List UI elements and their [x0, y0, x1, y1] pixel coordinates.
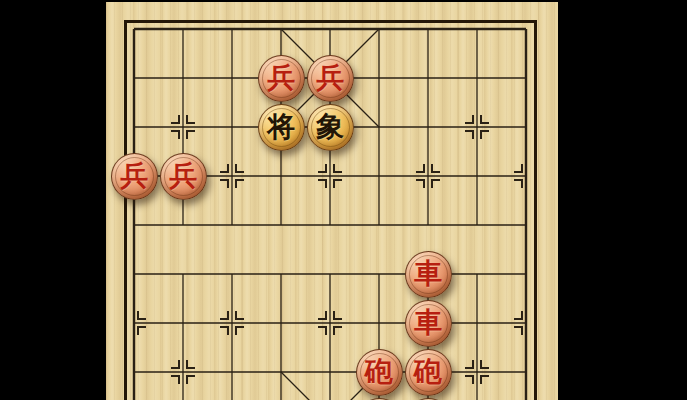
red-soldier-piece[interactable]: 兵: [258, 55, 305, 102]
piece-character: 車: [414, 309, 442, 337]
black-elephant-piece[interactable]: 象: [307, 104, 354, 151]
piece-character: 兵: [267, 64, 295, 92]
red-soldier-piece[interactable]: 兵: [111, 153, 158, 200]
piece-character: 兵: [169, 162, 197, 190]
piece-character: 砲: [414, 358, 442, 386]
pieces-grid: 兵兵将象兵兵車車砲砲: [110, 5, 551, 400]
piece-character: 将: [267, 113, 295, 141]
piece-character: 砲: [365, 358, 393, 386]
xiangqi-board[interactable]: 兵兵将象兵兵車車砲砲: [134, 29, 526, 400]
red-chariot-piece[interactable]: 車: [405, 300, 452, 347]
xiangqi-game-screen: 兵兵将象兵兵車車砲砲: [0, 0, 687, 400]
black-general-piece[interactable]: 将: [258, 104, 305, 151]
piece-character: 象: [316, 113, 344, 141]
red-soldier-piece[interactable]: 兵: [307, 55, 354, 102]
piece-character: 兵: [316, 64, 344, 92]
red-cannon-piece[interactable]: 砲: [405, 349, 452, 396]
red-soldier-piece[interactable]: 兵: [160, 153, 207, 200]
red-cannon-piece[interactable]: 砲: [356, 349, 403, 396]
piece-character: 車: [414, 260, 442, 288]
red-chariot-piece[interactable]: 車: [405, 251, 452, 298]
piece-character: 兵: [120, 162, 148, 190]
